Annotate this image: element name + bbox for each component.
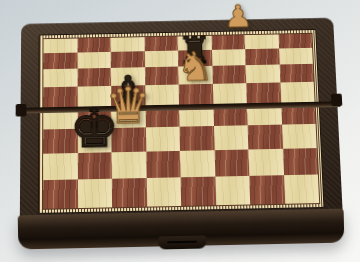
square-d8	[144, 36, 178, 51]
square-e1	[181, 177, 216, 206]
square-a6	[43, 69, 77, 88]
square-f6	[212, 65, 246, 84]
square-g6	[246, 64, 280, 83]
square-g3	[248, 125, 283, 150]
square-a5	[43, 87, 77, 108]
square-b2	[77, 152, 111, 179]
square-b6	[77, 68, 111, 87]
square-d3	[145, 127, 180, 152]
square-c8	[111, 37, 145, 52]
square-c7	[111, 51, 145, 68]
square-d6	[144, 67, 178, 86]
square-c5: ♝	[111, 85, 145, 106]
square-h2	[283, 148, 318, 175]
square-d1	[146, 177, 181, 206]
square-h7	[279, 48, 313, 65]
square-a3	[43, 129, 77, 154]
square-a2	[43, 153, 77, 180]
chess-board: ♜♞♝♛♚	[43, 34, 319, 209]
square-h8	[278, 34, 312, 49]
right-hinge	[331, 94, 342, 107]
square-b1	[77, 179, 112, 208]
square-h6	[279, 64, 313, 83]
square-c2	[112, 152, 147, 179]
square-f3	[214, 125, 249, 150]
square-d7	[144, 51, 178, 68]
case-latch	[158, 235, 206, 249]
square-b8	[77, 38, 111, 53]
square-b7	[77, 52, 111, 69]
square-g2	[248, 149, 283, 176]
latch-slot	[167, 241, 197, 244]
chess-case-board-surface: ♜♞♝♛♚ ♟	[20, 18, 343, 224]
square-c1	[112, 178, 147, 207]
square-f8	[211, 35, 245, 50]
square-f5	[212, 83, 246, 104]
square-e5	[179, 84, 213, 105]
square-d2	[146, 151, 181, 178]
square-e6: ♞	[178, 66, 212, 85]
square-f1	[215, 176, 250, 205]
square-a7	[43, 53, 77, 70]
square-h1	[284, 174, 320, 203]
left-hinge	[16, 104, 27, 117]
square-d5	[145, 85, 179, 106]
square-c6	[111, 67, 145, 86]
square-f2	[214, 149, 249, 176]
square-a8	[43, 39, 77, 54]
square-e7: ♜	[178, 50, 212, 67]
board-inlay-border: ♜♞♝♛♚	[39, 30, 323, 213]
square-b5	[77, 86, 111, 107]
square-h3	[282, 124, 317, 149]
square-g8	[245, 34, 279, 49]
square-g7	[245, 48, 279, 65]
square-e2	[180, 150, 215, 177]
square-c3	[111, 127, 145, 152]
photo-background: ♜♞♝♛♚ ♟	[0, 0, 360, 262]
square-f7	[211, 49, 245, 66]
square-b3: ♚	[77, 128, 111, 153]
case-side-wall	[18, 209, 345, 250]
square-a1	[43, 179, 78, 208]
square-e8	[178, 36, 212, 51]
square-e3	[179, 126, 214, 151]
square-g5	[246, 82, 281, 103]
square-g1	[249, 175, 284, 204]
square-h5	[280, 82, 315, 103]
